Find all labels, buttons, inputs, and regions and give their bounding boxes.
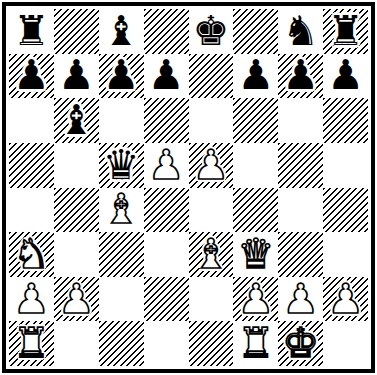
square-b1: [54, 321, 99, 366]
square-h6: [323, 98, 368, 143]
piece-black-pawn: ♟: [58, 55, 95, 96]
square-g3: [278, 232, 323, 277]
piece-white-pawn: ♟: [13, 279, 50, 320]
square-h5: [323, 143, 368, 188]
square-a2: ♟: [9, 277, 54, 322]
square-g8: ♞: [278, 9, 323, 54]
square-f8: [233, 9, 278, 54]
square-c5: ♛: [99, 143, 144, 188]
square-h2: ♟: [323, 277, 368, 322]
square-a4: [9, 188, 54, 233]
square-c3: [99, 232, 144, 277]
square-f7: ♟: [233, 54, 278, 99]
square-b2: ♟: [54, 277, 99, 322]
square-d2: [144, 277, 189, 322]
square-e2: [189, 277, 234, 322]
square-a8: ♜: [9, 9, 54, 54]
piece-black-bishop: ♝: [58, 100, 95, 141]
square-d8: [144, 9, 189, 54]
piece-black-king: ♚: [193, 11, 230, 52]
square-f2: ♟: [233, 277, 278, 322]
piece-black-rook: ♜: [327, 11, 364, 52]
piece-black-rook: ♜: [13, 11, 50, 52]
square-h3: [323, 232, 368, 277]
piece-white-pawn: ♟: [148, 145, 185, 186]
square-d6: [144, 98, 189, 143]
piece-black-pawn: ♟: [282, 55, 319, 96]
square-a5: [9, 143, 54, 188]
piece-white-bishop: ♝: [193, 234, 230, 275]
piece-white-knight: ♞: [13, 234, 50, 275]
chess-board: ♜♝♚♞♜♟♟♟♟♟♟♟♝♛♟♟♝♞♝♛♟♟♟♟♟♜♜♚: [9, 9, 368, 366]
square-e3: ♝: [189, 232, 234, 277]
square-f4: [233, 188, 278, 233]
square-c6: [99, 98, 144, 143]
piece-white-queen: ♛: [237, 234, 274, 275]
square-g5: [278, 143, 323, 188]
piece-white-king: ♚: [282, 323, 319, 364]
chess-diagram: ♜♝♚♞♜♟♟♟♟♟♟♟♝♛♟♟♝♞♝♛♟♟♟♟♟♜♜♚: [0, 0, 377, 375]
square-a6: [9, 98, 54, 143]
square-b5: [54, 143, 99, 188]
square-b4: [54, 188, 99, 233]
piece-white-rook: ♜: [237, 323, 274, 364]
piece-white-pawn: ♟: [327, 279, 364, 320]
piece-white-pawn: ♟: [58, 279, 95, 320]
piece-white-pawn: ♟: [237, 279, 274, 320]
square-g7: ♟: [278, 54, 323, 99]
piece-black-pawn: ♟: [148, 55, 185, 96]
square-h4: [323, 188, 368, 233]
square-e8: ♚: [189, 9, 234, 54]
square-d4: [144, 188, 189, 233]
piece-black-pawn: ♟: [327, 55, 364, 96]
piece-white-rook: ♜: [13, 323, 50, 364]
square-c4: ♝: [99, 188, 144, 233]
square-g1: ♚: [278, 321, 323, 366]
square-f5: [233, 143, 278, 188]
square-b6: ♝: [54, 98, 99, 143]
piece-black-knight: ♞: [282, 11, 319, 52]
square-a7: ♟: [9, 54, 54, 99]
square-e4: [189, 188, 234, 233]
square-a1: ♜: [9, 321, 54, 366]
piece-black-pawn: ♟: [103, 55, 140, 96]
square-c8: ♝: [99, 9, 144, 54]
square-e1: [189, 321, 234, 366]
square-c7: ♟: [99, 54, 144, 99]
square-h7: ♟: [323, 54, 368, 99]
piece-black-queen: ♛: [103, 145, 140, 186]
piece-black-bishop: ♝: [103, 11, 140, 52]
square-e7: [189, 54, 234, 99]
square-e6: [189, 98, 234, 143]
board-frame: ♜♝♚♞♜♟♟♟♟♟♟♟♝♛♟♟♝♞♝♛♟♟♟♟♟♜♜♚: [2, 2, 375, 373]
square-d1: [144, 321, 189, 366]
piece-white-pawn: ♟: [282, 279, 319, 320]
square-g4: [278, 188, 323, 233]
square-c2: [99, 277, 144, 322]
piece-white-pawn: ♟: [193, 145, 230, 186]
square-f3: ♛: [233, 232, 278, 277]
piece-black-pawn: ♟: [13, 55, 50, 96]
square-b3: [54, 232, 99, 277]
square-d5: ♟: [144, 143, 189, 188]
square-f1: ♜: [233, 321, 278, 366]
square-f6: [233, 98, 278, 143]
square-e5: ♟: [189, 143, 234, 188]
piece-black-pawn: ♟: [237, 55, 274, 96]
square-h8: ♜: [323, 9, 368, 54]
square-c1: [99, 321, 144, 366]
square-g2: ♟: [278, 277, 323, 322]
square-a3: ♞: [9, 232, 54, 277]
square-g6: [278, 98, 323, 143]
piece-white-bishop: ♝: [103, 189, 140, 230]
square-d7: ♟: [144, 54, 189, 99]
square-d3: [144, 232, 189, 277]
square-b7: ♟: [54, 54, 99, 99]
square-h1: [323, 321, 368, 366]
square-b8: [54, 9, 99, 54]
